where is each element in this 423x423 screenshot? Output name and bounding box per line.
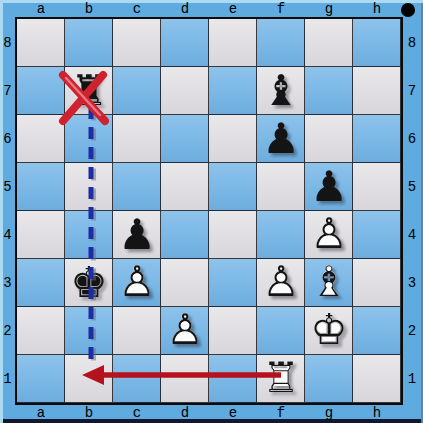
- square-d3[interactable]: [161, 259, 209, 307]
- square-h4[interactable]: [353, 211, 401, 259]
- square-h6[interactable]: [353, 115, 401, 163]
- file-labels-top: abcdefgh: [17, 0, 401, 17]
- square-e5[interactable]: [209, 163, 257, 211]
- rank-label-5: 5: [405, 163, 419, 211]
- piece-outline: ♙: [257, 258, 305, 306]
- piece-black-pawn[interactable]: ♟: [257, 115, 305, 163]
- square-c6[interactable]: [113, 115, 161, 163]
- chess-board-frame: abcdefgh abcdefgh 87654321 87654321 ♜♝♟♟…: [0, 0, 423, 423]
- square-b2[interactable]: [65, 307, 113, 355]
- piece-black-rook[interactable]: ♜: [65, 67, 113, 115]
- piece-outline: ♔: [305, 306, 353, 354]
- file-label-g: g: [305, 0, 353, 17]
- rank-label-6: 6: [0, 115, 15, 163]
- square-g7[interactable]: [305, 67, 353, 115]
- file-label-f: f: [257, 0, 305, 17]
- rank-label-6: 6: [405, 115, 419, 163]
- square-g1[interactable]: [305, 355, 353, 403]
- rank-label-2: 2: [405, 307, 419, 355]
- file-label-e: e: [209, 0, 257, 17]
- square-a5[interactable]: [17, 163, 65, 211]
- file-label-h: h: [353, 0, 401, 17]
- square-d6[interactable]: [161, 115, 209, 163]
- file-label-h: h: [353, 405, 401, 421]
- file-label-b: b: [65, 405, 113, 421]
- square-c5[interactable]: [113, 163, 161, 211]
- file-label-c: c: [113, 405, 161, 421]
- square-a4[interactable]: [17, 211, 65, 259]
- piece-black-pawn[interactable]: ♟: [305, 163, 353, 211]
- square-d7[interactable]: [161, 67, 209, 115]
- square-f7[interactable]: ♝: [257, 67, 305, 115]
- rank-label-1: 1: [0, 355, 15, 403]
- square-f1[interactable]: ♜♖: [257, 355, 305, 403]
- square-b8[interactable]: [65, 19, 113, 67]
- piece-outline: ♙: [305, 210, 353, 258]
- square-e4[interactable]: [209, 211, 257, 259]
- square-e8[interactable]: [209, 19, 257, 67]
- rank-label-5: 5: [0, 163, 15, 211]
- square-b3[interactable]: ♚: [65, 259, 113, 307]
- rank-labels-right: 87654321: [405, 19, 419, 403]
- square-a2[interactable]: [17, 307, 65, 355]
- square-b1[interactable]: [65, 355, 113, 403]
- chess-board: ♜♝♟♟♟♟♙♚♟♙♟♙♝♗♟♙♚♔♜♖: [15, 17, 403, 405]
- file-label-b: b: [65, 0, 113, 17]
- piece-outline: ♙: [113, 258, 161, 306]
- square-g5[interactable]: ♟: [305, 163, 353, 211]
- piece-outline: ♙: [161, 306, 209, 354]
- square-g4[interactable]: ♟♙: [305, 211, 353, 259]
- square-b4[interactable]: [65, 211, 113, 259]
- square-a8[interactable]: [17, 19, 65, 67]
- piece-white-pawn[interactable]: ♟♙: [161, 307, 209, 355]
- square-d8[interactable]: [161, 19, 209, 67]
- square-c8[interactable]: [113, 19, 161, 67]
- piece-outline: ♖: [257, 354, 305, 402]
- square-d2[interactable]: ♟♙: [161, 307, 209, 355]
- square-h8[interactable]: [353, 19, 401, 67]
- rank-label-4: 4: [405, 211, 419, 259]
- square-a1[interactable]: [17, 355, 65, 403]
- square-c1[interactable]: [113, 355, 161, 403]
- piece-white-king[interactable]: ♚♔: [305, 307, 353, 355]
- square-e7[interactable]: [209, 67, 257, 115]
- piece-black-pawn[interactable]: ♟: [113, 211, 161, 259]
- square-e6[interactable]: [209, 115, 257, 163]
- piece-outline: ♗: [305, 258, 353, 306]
- rank-label-7: 7: [405, 67, 419, 115]
- square-h7[interactable]: [353, 67, 401, 115]
- file-label-c: c: [113, 0, 161, 17]
- file-label-e: e: [209, 405, 257, 421]
- square-e1[interactable]: [209, 355, 257, 403]
- square-a7[interactable]: [17, 67, 65, 115]
- square-f2[interactable]: [257, 307, 305, 355]
- square-b6[interactable]: [65, 115, 113, 163]
- square-d4[interactable]: [161, 211, 209, 259]
- file-label-g: g: [305, 405, 353, 421]
- square-a6[interactable]: [17, 115, 65, 163]
- piece-black-king[interactable]: ♚: [65, 259, 113, 307]
- piece-white-pawn[interactable]: ♟♙: [257, 259, 305, 307]
- rank-label-2: 2: [0, 307, 15, 355]
- file-label-f: f: [257, 405, 305, 421]
- file-label-a: a: [17, 0, 65, 17]
- square-f3[interactable]: ♟♙: [257, 259, 305, 307]
- square-f8[interactable]: [257, 19, 305, 67]
- square-h1[interactable]: [353, 355, 401, 403]
- rank-label-4: 4: [0, 211, 15, 259]
- rank-label-8: 8: [0, 19, 15, 67]
- square-h3[interactable]: [353, 259, 401, 307]
- rank-label-7: 7: [0, 67, 15, 115]
- file-label-d: d: [161, 405, 209, 421]
- piece-white-pawn[interactable]: ♟♙: [113, 259, 161, 307]
- square-g2[interactable]: ♚♔: [305, 307, 353, 355]
- square-f6[interactable]: ♟: [257, 115, 305, 163]
- piece-white-pawn[interactable]: ♟♙: [305, 211, 353, 259]
- square-f5[interactable]: [257, 163, 305, 211]
- black-to-move-indicator: [401, 3, 415, 17]
- rank-labels-left: 87654321: [0, 19, 15, 403]
- rank-label-8: 8: [405, 19, 419, 67]
- square-h5[interactable]: [353, 163, 401, 211]
- square-e3[interactable]: [209, 259, 257, 307]
- piece-black-bishop[interactable]: ♝: [257, 67, 305, 115]
- rank-label-3: 3: [405, 259, 419, 307]
- square-h2[interactable]: [353, 307, 401, 355]
- square-g8[interactable]: [305, 19, 353, 67]
- file-labels-bottom: abcdefgh: [17, 405, 401, 421]
- square-a3[interactable]: [17, 259, 65, 307]
- square-b5[interactable]: [65, 163, 113, 211]
- square-d1[interactable]: [161, 355, 209, 403]
- square-c2[interactable]: [113, 307, 161, 355]
- square-c4[interactable]: ♟: [113, 211, 161, 259]
- square-e2[interactable]: [209, 307, 257, 355]
- square-g3[interactable]: ♝♗: [305, 259, 353, 307]
- square-b7[interactable]: ♜: [65, 67, 113, 115]
- file-label-d: d: [161, 0, 209, 17]
- piece-white-rook[interactable]: ♜♖: [257, 355, 305, 403]
- square-g6[interactable]: [305, 115, 353, 163]
- square-f4[interactable]: [257, 211, 305, 259]
- square-c3[interactable]: ♟♙: [113, 259, 161, 307]
- rank-label-1: 1: [405, 355, 419, 403]
- file-label-a: a: [17, 405, 65, 421]
- square-c7[interactable]: [113, 67, 161, 115]
- rank-label-3: 3: [0, 259, 15, 307]
- piece-white-bishop[interactable]: ♝♗: [305, 259, 353, 307]
- square-d5[interactable]: [161, 163, 209, 211]
